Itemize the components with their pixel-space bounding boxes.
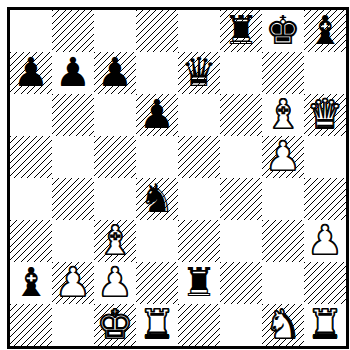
black-rook-e2[interactable]: ♜: [181, 262, 217, 302]
square-a2[interactable]: ♝: [10, 262, 52, 304]
square-d7[interactable]: [136, 52, 178, 94]
square-c5[interactable]: [94, 136, 136, 178]
square-g8[interactable]: ♚: [262, 10, 304, 52]
black-bishop-h8[interactable]: ♝: [307, 10, 343, 50]
black-bishop-a2[interactable]: ♝: [13, 262, 49, 302]
white-king-c1[interactable]: ♚: [97, 304, 133, 344]
square-a7[interactable]: ♟: [10, 52, 52, 94]
white-pawn-b2[interactable]: ♟: [55, 262, 91, 302]
square-e5[interactable]: [178, 136, 220, 178]
square-f5[interactable]: [220, 136, 262, 178]
square-c4[interactable]: [94, 178, 136, 220]
square-g4[interactable]: [262, 178, 304, 220]
square-f2[interactable]: [220, 262, 262, 304]
black-pawn-c7[interactable]: ♟: [97, 52, 133, 92]
square-b5[interactable]: [52, 136, 94, 178]
white-knight-g1[interactable]: ♞: [265, 304, 301, 344]
square-c6[interactable]: [94, 94, 136, 136]
square-h4[interactable]: [304, 178, 346, 220]
black-queen-e7[interactable]: ♛: [181, 52, 217, 92]
square-b8[interactable]: [52, 10, 94, 52]
square-a8[interactable]: [10, 10, 52, 52]
square-d3[interactable]: [136, 220, 178, 262]
square-e2[interactable]: ♜: [178, 262, 220, 304]
square-b3[interactable]: [52, 220, 94, 262]
square-c2[interactable]: ♟: [94, 262, 136, 304]
square-c1[interactable]: ♚: [94, 304, 136, 346]
white-rook-h1[interactable]: ♜: [307, 304, 343, 344]
square-h1[interactable]: ♜: [304, 304, 346, 346]
square-g7[interactable]: [262, 52, 304, 94]
square-g2[interactable]: [262, 262, 304, 304]
square-f3[interactable]: [220, 220, 262, 262]
square-g6[interactable]: ♝: [262, 94, 304, 136]
white-queen-h6[interactable]: ♛: [307, 94, 343, 134]
square-h8[interactable]: ♝: [304, 10, 346, 52]
square-d1[interactable]: ♜: [136, 304, 178, 346]
square-e3[interactable]: [178, 220, 220, 262]
white-pawn-c2[interactable]: ♟: [97, 262, 133, 302]
square-f7[interactable]: [220, 52, 262, 94]
square-f6[interactable]: [220, 94, 262, 136]
white-rook-d1[interactable]: ♜: [139, 304, 175, 344]
white-pawn-h3[interactable]: ♟: [307, 220, 343, 260]
square-f4[interactable]: [220, 178, 262, 220]
square-b2[interactable]: ♟: [52, 262, 94, 304]
square-f1[interactable]: [220, 304, 262, 346]
square-a4[interactable]: [10, 178, 52, 220]
black-pawn-a7[interactable]: ♟: [13, 52, 49, 92]
square-h5[interactable]: [304, 136, 346, 178]
square-c3[interactable]: ♝: [94, 220, 136, 262]
square-h6[interactable]: ♛: [304, 94, 346, 136]
square-c7[interactable]: ♟: [94, 52, 136, 94]
square-e1[interactable]: [178, 304, 220, 346]
black-knight-d4[interactable]: ♞: [139, 178, 175, 218]
square-b7[interactable]: ♟: [52, 52, 94, 94]
square-a6[interactable]: [10, 94, 52, 136]
white-bishop-c3[interactable]: ♝: [97, 220, 133, 260]
black-pawn-b7[interactable]: ♟: [55, 52, 91, 92]
square-g1[interactable]: ♞: [262, 304, 304, 346]
square-f8[interactable]: ♜: [220, 10, 262, 52]
white-pawn-g5[interactable]: ♟: [265, 136, 301, 176]
square-b1[interactable]: [52, 304, 94, 346]
square-e8[interactable]: [178, 10, 220, 52]
square-d6[interactable]: ♟: [136, 94, 178, 136]
square-h7[interactable]: [304, 52, 346, 94]
square-a1[interactable]: [10, 304, 52, 346]
square-c8[interactable]: [94, 10, 136, 52]
square-a3[interactable]: [10, 220, 52, 262]
square-b4[interactable]: [52, 178, 94, 220]
square-d8[interactable]: [136, 10, 178, 52]
square-d5[interactable]: [136, 136, 178, 178]
square-a5[interactable]: [10, 136, 52, 178]
chess-board: ♜♚♝♟♟♟♛♟♝♛♟♞♝♟♝♟♟♜♚♜♞♜: [10, 10, 346, 346]
white-bishop-g6[interactable]: ♝: [265, 94, 301, 134]
square-g3[interactable]: [262, 220, 304, 262]
chess-board-frame: ♜♚♝♟♟♟♛♟♝♛♟♞♝♟♝♟♟♜♚♜♞♜: [7, 7, 349, 349]
square-e7[interactable]: ♛: [178, 52, 220, 94]
square-g5[interactable]: ♟: [262, 136, 304, 178]
black-pawn-d6[interactable]: ♟: [139, 94, 175, 134]
square-h3[interactable]: ♟: [304, 220, 346, 262]
square-e6[interactable]: [178, 94, 220, 136]
black-rook-f8[interactable]: ♜: [223, 10, 259, 50]
square-d2[interactable]: [136, 262, 178, 304]
square-d4[interactable]: ♞: [136, 178, 178, 220]
square-b6[interactable]: [52, 94, 94, 136]
square-h2[interactable]: [304, 262, 346, 304]
square-e4[interactable]: [178, 178, 220, 220]
black-king-g8[interactable]: ♚: [265, 10, 301, 50]
